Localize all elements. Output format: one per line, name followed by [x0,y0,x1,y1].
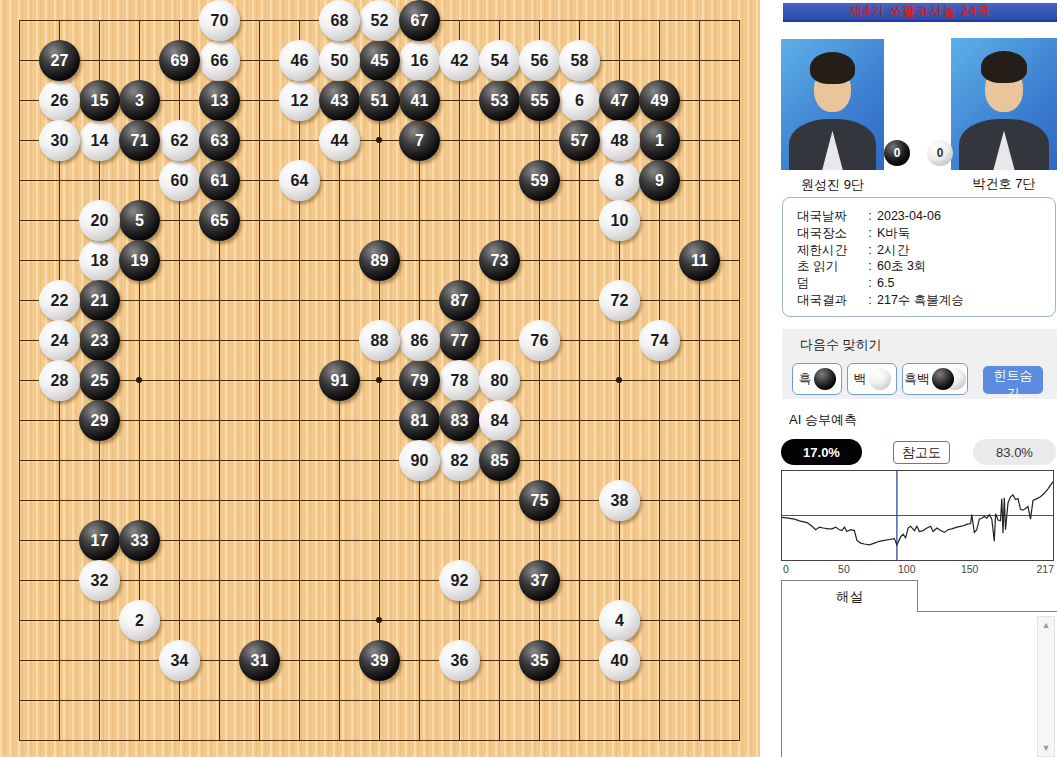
info-separator: : [863,292,877,309]
stone-black-55: 55 [519,80,560,121]
stone-black-41: 41 [399,80,440,121]
stone-white-60: 60 [159,160,200,201]
guess-white-button[interactable]: 백 [847,363,897,395]
photo-hair [810,52,855,83]
x-tick-label: 50 [838,563,850,575]
star-point [616,377,622,383]
stone-black-1: 1 [639,120,680,161]
black-winrate-pill: 17.0% [781,439,862,465]
stone-white-84: 84 [479,400,520,441]
stone-black-21: 21 [79,280,120,321]
stone-white-20: 20 [79,200,120,241]
black-captures-value: 0 [894,146,901,160]
stone-black-31: 31 [239,640,280,681]
event-title: 제4기 쏘팔코사놀 24국 [850,3,991,20]
stone-black-73: 73 [479,240,520,281]
info-label: 덤 [797,275,863,292]
stone-black-79: 79 [399,360,440,401]
info-row-result: 대국결과:217수 흑불계승 [797,292,1055,309]
stone-white-76: 76 [519,320,560,361]
info-value: 60초 3회 [877,258,926,275]
stone-white-18: 18 [79,240,120,281]
star-point [136,377,142,383]
grid-line-v [699,20,700,741]
scroll-up-icon[interactable]: ▲ [1038,620,1054,630]
stone-white-78: 78 [439,360,480,401]
ai-prediction-label: AI 승부예측 [789,411,857,429]
commentary-panel [781,611,1057,757]
info-row-date: 대국날짜:2023-04-06 [797,208,1055,225]
stone-black-75: 75 [519,480,560,521]
black-white-stones-icon [932,368,966,390]
stone-black-53: 53 [479,80,520,121]
stone-white-24: 24 [39,320,80,361]
stone-white-6: 6 [559,80,600,121]
info-label: 대국장소 [797,225,863,242]
info-value: 2시간 [877,242,909,259]
next-move-quiz-box: 다음수 맞히기 흑 백 흑백 힌트숨김 [782,329,1057,399]
next-move-quiz-label: 다음수 맞히기 [800,336,882,354]
reference-diagram-button[interactable]: 참고도 [893,441,950,464]
stone-white-88: 88 [359,320,400,361]
white-captures-counter: 0 [927,140,953,166]
stone-black-65: 65 [199,200,240,241]
stone-white-74: 74 [639,320,680,361]
info-label: 초 읽기 [797,258,863,275]
player-photo-black [781,39,884,170]
stone-black-59: 59 [519,160,560,201]
stone-white-8: 8 [599,160,640,201]
stone-black-11: 11 [679,240,720,281]
stone-black-77: 77 [439,320,480,361]
stone-white-30: 30 [39,120,80,161]
x-tick-label: 100 [898,563,916,575]
stone-white-22: 22 [39,280,80,321]
stone-white-58: 58 [559,40,600,81]
info-label: 제한시간 [797,242,863,259]
grid-line-h [19,580,740,581]
stone-white-38: 38 [599,480,640,521]
info-separator: : [863,208,877,225]
grid-line-h [19,740,740,741]
graph-x-axis-labels: 050100150217 [781,563,1054,575]
guess-black-label: 흑 [799,370,812,388]
stone-white-64: 64 [279,160,320,201]
stone-black-81: 81 [399,400,440,441]
stone-black-25: 25 [79,360,120,401]
info-row-byoyomi: 초 읽기:60초 3회 [797,258,1055,275]
stone-black-83: 83 [439,400,480,441]
info-separator: : [863,275,877,292]
stone-white-80: 80 [479,360,520,401]
info-label: 대국결과 [797,292,863,309]
stone-black-63: 63 [199,120,240,161]
stone-white-66: 66 [199,40,240,81]
stone-black-71: 71 [119,120,160,161]
guess-black-button[interactable]: 흑 [792,363,842,395]
winrate-graph[interactable] [781,470,1054,561]
stone-black-85: 85 [479,440,520,481]
info-separator: : [863,258,877,275]
stone-black-35: 35 [519,640,560,681]
stone-black-29: 29 [79,400,120,441]
stone-black-69: 69 [159,40,200,81]
stone-white-86: 86 [399,320,440,361]
stone-black-15: 15 [79,80,120,121]
stone-white-56: 56 [519,40,560,81]
black-captures-counter: 0 [884,140,910,166]
guess-both-label: 흑백 [904,370,930,388]
guess-white-label: 백 [854,370,867,388]
stone-white-42: 42 [439,40,480,81]
stone-black-13: 13 [199,80,240,121]
stone-white-2: 2 [119,600,160,641]
info-separator: : [863,242,877,259]
stone-black-5: 5 [119,200,160,241]
stone-black-91: 91 [319,360,360,401]
stone-black-39: 39 [359,640,400,681]
info-label: 대국날짜 [797,208,863,225]
x-tick-label: 0 [783,563,789,575]
stone-black-57: 57 [559,120,600,161]
commentary-tab[interactable]: 해설 [781,580,918,612]
x-tick-label: 217 [1036,563,1054,575]
guess-both-button[interactable]: 흑백 [902,363,968,395]
info-row-place: 대국장소:K바둑 [797,225,1055,242]
stone-black-49: 49 [639,80,680,121]
stone-white-16: 16 [399,40,440,81]
grid-line-h [19,700,740,701]
info-value: 6.5 [877,275,894,292]
winrate-curve [782,471,1053,560]
white-winrate-pill: 83.0% [973,439,1056,465]
stone-black-89: 89 [359,240,400,281]
stone-white-68: 68 [319,0,360,41]
stone-black-51: 51 [359,80,400,121]
stone-white-82: 82 [439,440,480,481]
stone-white-4: 4 [599,600,640,641]
x-tick-label: 150 [961,563,979,575]
white-stone-icon [869,368,891,390]
stone-white-36: 36 [439,640,480,681]
stone-white-62: 62 [159,120,200,161]
info-separator: : [863,225,877,242]
star-point [376,377,382,383]
grid-line-h [19,420,740,421]
stone-black-9: 9 [639,160,680,201]
photo-hair [981,51,1028,83]
stone-black-47: 47 [599,80,640,121]
game-info-box: 대국날짜:2023-04-06 대국장소:K바둑 제한시간:2시간 초 읽기:6… [782,197,1056,317]
hide-hint-button[interactable]: 힌트숨김 [983,366,1043,394]
stone-black-17: 17 [79,520,120,561]
stone-black-27: 27 [39,40,80,81]
white-player-name: 박건호 7단 [951,175,1057,193]
stone-black-45: 45 [359,40,400,81]
stone-white-26: 26 [39,80,80,121]
grid-line-v [539,20,540,741]
black-player-name: 원성진 9단 [781,176,884,194]
stone-white-10: 10 [599,200,640,241]
stone-white-52: 52 [359,0,400,41]
stone-black-43: 43 [319,80,360,121]
black-stone-icon [814,368,836,390]
stone-black-7: 7 [399,120,440,161]
event-title-bar: 제4기 쏘팔코사놀 24국 [783,3,1057,22]
stone-white-46: 46 [279,40,320,81]
stone-white-32: 32 [79,560,120,601]
grid-line-v [739,20,740,741]
stone-black-87: 87 [439,280,480,321]
stone-black-67: 67 [399,0,440,41]
stone-white-44: 44 [319,120,360,161]
star-point [376,137,382,143]
go-review-app: 1234567891011121314151617181920212223242… [0,0,1057,757]
stone-white-72: 72 [599,280,640,321]
stone-white-48: 48 [599,120,640,161]
white-captures-value: 0 [937,146,944,160]
player-photo-white [951,38,1057,170]
commentary-scrollbar[interactable]: ▲ ▼ [1037,616,1055,757]
stone-black-37: 37 [519,560,560,601]
stone-black-61: 61 [199,160,240,201]
stone-white-12: 12 [279,80,320,121]
stone-black-33: 33 [119,520,160,561]
stone-white-54: 54 [479,40,520,81]
go-board[interactable]: 1234567891011121314151617181920212223242… [0,0,760,757]
stone-white-70: 70 [199,0,240,41]
scroll-down-icon[interactable]: ▼ [1038,743,1054,753]
stone-black-3: 3 [119,80,160,121]
stone-white-50: 50 [319,40,360,81]
stone-white-34: 34 [159,640,200,681]
info-row-komi: 덤:6.5 [797,275,1055,292]
stone-black-19: 19 [119,240,160,281]
stone-white-14: 14 [79,120,120,161]
stone-white-40: 40 [599,640,640,681]
info-value: K바둑 [877,225,910,242]
stone-white-90: 90 [399,440,440,481]
info-value: 2023-04-06 [877,208,941,225]
grid-line-h [19,460,740,461]
star-point [376,617,382,623]
stone-black-23: 23 [79,320,120,361]
stone-white-28: 28 [39,360,80,401]
info-value: 217수 흑불계승 [877,292,964,309]
stone-white-92: 92 [439,560,480,601]
black-stone-icon [932,368,954,390]
info-row-time: 제한시간:2시간 [797,242,1055,259]
